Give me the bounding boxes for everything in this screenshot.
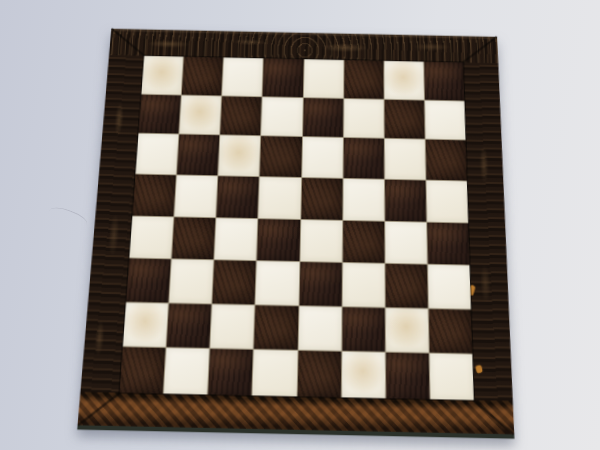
- square-c4[interactable]: [215, 218, 258, 261]
- square-h7[interactable]: [425, 100, 466, 139]
- square-f7[interactable]: [344, 99, 384, 138]
- square-b1[interactable]: [164, 348, 210, 394]
- square-g2[interactable]: [385, 308, 428, 353]
- square-a1[interactable]: [119, 348, 165, 394]
- square-e8[interactable]: [303, 59, 343, 97]
- square-b8[interactable]: [182, 57, 223, 95]
- square-c3[interactable]: [213, 260, 257, 304]
- square-b3[interactable]: [169, 260, 213, 304]
- square-a8[interactable]: [141, 56, 183, 94]
- square-g4[interactable]: [385, 221, 427, 264]
- square-d2[interactable]: [254, 305, 298, 350]
- square-a5[interactable]: [132, 174, 176, 215]
- square-e4[interactable]: [300, 219, 342, 262]
- square-g5[interactable]: [385, 180, 426, 222]
- square-h3[interactable]: [428, 265, 471, 309]
- square-e3[interactable]: [299, 262, 342, 306]
- square-c6[interactable]: [219, 136, 261, 176]
- board-squares: [119, 56, 473, 400]
- square-b2[interactable]: [167, 303, 212, 348]
- square-g7[interactable]: [384, 100, 424, 139]
- square-d7[interactable]: [262, 97, 303, 136]
- square-h6[interactable]: [426, 140, 467, 180]
- square-c7[interactable]: [221, 96, 262, 135]
- square-b4[interactable]: [172, 217, 216, 260]
- square-d6[interactable]: [260, 136, 301, 176]
- square-d5[interactable]: [259, 177, 301, 218]
- square-f3[interactable]: [342, 263, 384, 307]
- square-g3[interactable]: [385, 264, 427, 308]
- square-a6[interactable]: [136, 134, 179, 174]
- square-c2[interactable]: [210, 304, 254, 349]
- square-f4[interactable]: [343, 220, 385, 263]
- square-h4[interactable]: [427, 222, 469, 265]
- square-d3[interactable]: [256, 261, 299, 305]
- square-a4[interactable]: [129, 216, 173, 259]
- square-b5[interactable]: [175, 175, 218, 216]
- square-f5[interactable]: [343, 179, 384, 220]
- square-e2[interactable]: [298, 306, 341, 351]
- chess-board: [77, 29, 514, 439]
- square-g6[interactable]: [385, 139, 426, 179]
- chess-board-wrapper: [0, 0, 600, 450]
- square-c8[interactable]: [222, 58, 263, 96]
- square-c1[interactable]: [208, 349, 253, 395]
- square-f1[interactable]: [342, 352, 385, 398]
- square-f2[interactable]: [342, 307, 385, 352]
- square-d4[interactable]: [257, 219, 300, 262]
- square-h2[interactable]: [429, 309, 473, 354]
- square-d1[interactable]: [253, 350, 297, 396]
- square-a7[interactable]: [139, 94, 181, 133]
- square-g8[interactable]: [384, 61, 424, 99]
- square-b6[interactable]: [177, 135, 219, 175]
- square-f8[interactable]: [344, 60, 384, 98]
- square-g1[interactable]: [386, 353, 430, 399]
- square-e7[interactable]: [303, 98, 343, 137]
- square-f6[interactable]: [343, 138, 384, 178]
- square-a3[interactable]: [126, 259, 171, 303]
- square-a2[interactable]: [123, 302, 168, 347]
- square-e5[interactable]: [301, 178, 342, 219]
- square-h1[interactable]: [430, 354, 474, 400]
- square-h8[interactable]: [424, 62, 464, 100]
- square-b7[interactable]: [180, 95, 222, 134]
- square-d8[interactable]: [263, 58, 303, 96]
- square-e1[interactable]: [297, 351, 341, 397]
- square-h5[interactable]: [426, 180, 468, 222]
- square-c5[interactable]: [217, 176, 259, 217]
- square-e6[interactable]: [302, 137, 343, 177]
